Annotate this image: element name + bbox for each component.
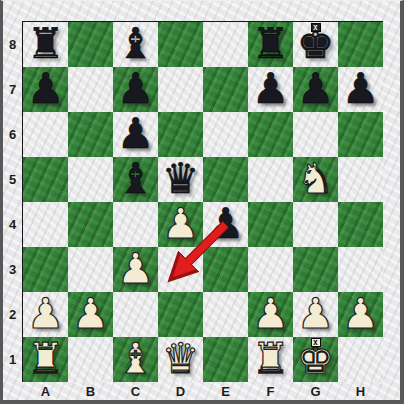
piece-black-pawn[interactable]: ♟ (117, 113, 155, 155)
piece-white-queen[interactable]: ♛ (162, 338, 200, 380)
rank-label-5: 5 (3, 157, 22, 202)
square-d8[interactable] (158, 22, 203, 67)
square-c2[interactable] (113, 292, 158, 337)
square-f3[interactable] (248, 247, 293, 292)
square-a7[interactable]: ♟ (23, 67, 68, 112)
square-a3[interactable] (23, 247, 68, 292)
square-c1[interactable]: ♝ (113, 337, 158, 382)
square-c5[interactable]: ♝ (113, 157, 158, 202)
piece-black-bishop[interactable]: ♝ (117, 158, 155, 200)
piece-black-pawn[interactable]: ♟ (252, 68, 290, 110)
square-h1[interactable] (338, 337, 383, 382)
rank-label-3: 3 (3, 247, 22, 292)
piece-white-pawn[interactable]: ♟ (72, 293, 110, 335)
square-g7[interactable]: ♟ (293, 67, 338, 112)
square-g1[interactable]: ♚x (293, 337, 338, 382)
piece-white-rook[interactable]: ♜ (252, 338, 290, 380)
piece-black-pawn[interactable]: ♟ (27, 68, 65, 110)
rank-label-1: 1 (3, 337, 22, 382)
piece-white-pawn[interactable]: ♟ (342, 293, 380, 335)
square-a2[interactable]: ♟ (23, 292, 68, 337)
square-b2[interactable]: ♟ (68, 292, 113, 337)
piece-white-knight[interactable]: ♞ (297, 158, 335, 200)
square-d7[interactable] (158, 67, 203, 112)
square-h4[interactable] (338, 202, 383, 247)
chess-board: ♜♝♜♚x♟♟♟♟♟♟♝♛♞♟♟♟♟♟♟♟♟♜♝♛♜♚x (22, 21, 383, 382)
square-g5[interactable]: ♞ (293, 157, 338, 202)
square-b8[interactable] (68, 22, 113, 67)
piece-black-pawn[interactable]: ♟ (117, 68, 155, 110)
square-e5[interactable] (203, 157, 248, 202)
rank-label-2: 2 (3, 292, 22, 337)
square-e2[interactable] (203, 292, 248, 337)
square-h5[interactable] (338, 157, 383, 202)
rank-labels: 87654321 (3, 22, 22, 382)
piece-white-pawn[interactable]: ♟ (297, 293, 335, 335)
square-b7[interactable] (68, 67, 113, 112)
square-d6[interactable] (158, 112, 203, 157)
file-label-e: E (203, 382, 248, 401)
square-a5[interactable] (23, 157, 68, 202)
square-f6[interactable] (248, 112, 293, 157)
square-e8[interactable] (203, 22, 248, 67)
square-f4[interactable] (248, 202, 293, 247)
square-h7[interactable]: ♟ (338, 67, 383, 112)
square-d2[interactable] (158, 292, 203, 337)
square-c4[interactable] (113, 202, 158, 247)
square-a4[interactable] (23, 202, 68, 247)
square-a8[interactable]: ♜ (23, 22, 68, 67)
piece-black-rook[interactable]: ♜ (27, 23, 65, 65)
piece-black-rook[interactable]: ♜ (252, 23, 290, 65)
square-b4[interactable] (68, 202, 113, 247)
file-label-g: G (293, 382, 338, 401)
square-f1[interactable]: ♜ (248, 337, 293, 382)
square-f5[interactable] (248, 157, 293, 202)
square-g3[interactable] (293, 247, 338, 292)
square-d4[interactable]: ♟ (158, 202, 203, 247)
square-a6[interactable] (23, 112, 68, 157)
square-b1[interactable] (68, 337, 113, 382)
square-f2[interactable]: ♟ (248, 292, 293, 337)
piece-black-pawn[interactable]: ♟ (342, 68, 380, 110)
square-c7[interactable]: ♟ (113, 67, 158, 112)
square-e1[interactable] (203, 337, 248, 382)
piece-black-queen[interactable]: ♛ (162, 158, 200, 200)
square-e7[interactable] (203, 67, 248, 112)
square-h8[interactable] (338, 22, 383, 67)
file-label-b: B (68, 382, 113, 401)
piece-black-bishop[interactable]: ♝ (117, 23, 155, 65)
file-label-c: C (113, 382, 158, 401)
piece-white-pawn[interactable]: ♟ (252, 293, 290, 335)
square-g2[interactable]: ♟ (293, 292, 338, 337)
file-label-a: A (23, 382, 68, 401)
piece-black-pawn[interactable]: ♟ (207, 203, 245, 245)
piece-black-pawn[interactable]: ♟ (297, 68, 335, 110)
square-c6[interactable]: ♟ (113, 112, 158, 157)
square-d1[interactable]: ♛ (158, 337, 203, 382)
square-f8[interactable]: ♜ (248, 22, 293, 67)
square-b6[interactable] (68, 112, 113, 157)
square-e3[interactable] (203, 247, 248, 292)
file-labels: ABCDEFGH (23, 382, 383, 401)
square-b5[interactable] (68, 157, 113, 202)
square-e6[interactable] (203, 112, 248, 157)
square-h6[interactable] (338, 112, 383, 157)
piece-white-rook[interactable]: ♜ (27, 338, 65, 380)
piece-white-pawn[interactable]: ♟ (162, 203, 200, 245)
file-label-f: F (248, 382, 293, 401)
file-label-h: H (338, 382, 383, 401)
square-b3[interactable] (68, 247, 113, 292)
square-g8[interactable]: ♚x (293, 22, 338, 67)
rank-label-7: 7 (3, 67, 22, 112)
square-c8[interactable]: ♝ (113, 22, 158, 67)
chessboard-window: 87654321 ♜♝♜♚x♟♟♟♟♟♟♝♛♞♟♟♟♟♟♟♟♟♜♝♛♜♚x AB… (0, 0, 404, 404)
rank-label-8: 8 (3, 22, 22, 67)
piece-white-bishop[interactable]: ♝ (117, 338, 155, 380)
king-x-marker: x (311, 23, 321, 32)
piece-white-pawn[interactable]: ♟ (27, 293, 65, 335)
square-c3[interactable]: ♟ (113, 247, 158, 292)
square-g6[interactable] (293, 112, 338, 157)
square-h2[interactable]: ♟ (338, 292, 383, 337)
rank-label-4: 4 (3, 202, 22, 247)
piece-white-pawn[interactable]: ♟ (117, 248, 155, 290)
square-f7[interactable]: ♟ (248, 67, 293, 112)
square-a1[interactable]: ♜ (23, 337, 68, 382)
king-x-marker: x (311, 338, 321, 347)
rank-label-6: 6 (3, 112, 22, 157)
square-e4[interactable]: ♟ (203, 202, 248, 247)
square-h3[interactable] (338, 247, 383, 292)
square-g4[interactable] (293, 202, 338, 247)
square-d3[interactable] (158, 247, 203, 292)
file-label-d: D (158, 382, 203, 401)
square-d5[interactable]: ♛ (158, 157, 203, 202)
